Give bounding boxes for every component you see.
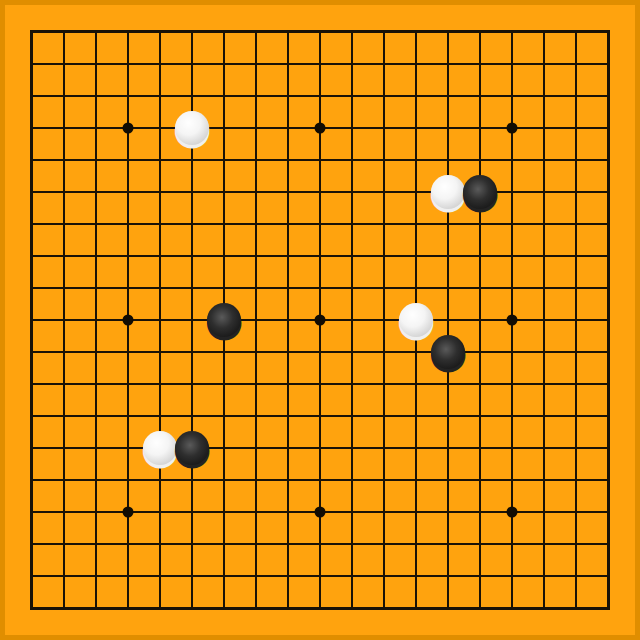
go-board: ●●●●●●●●	[0, 0, 640, 640]
board-grid[interactable]	[31, 31, 609, 609]
